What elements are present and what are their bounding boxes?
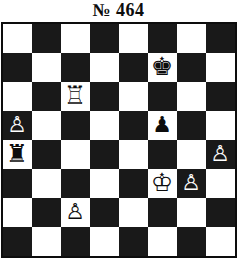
- square-c8: [61, 24, 90, 53]
- piece-white-rook: ♖: [64, 82, 86, 110]
- square-e5: [119, 111, 148, 140]
- square-g7: [177, 53, 206, 82]
- square-d8: [90, 24, 119, 53]
- chess-diagram: № 464 ♚♖♙♟♜♙♔♙♙: [0, 0, 237, 260]
- square-f6: [148, 82, 177, 111]
- square-g2: [177, 198, 206, 227]
- square-h2: [206, 198, 235, 227]
- square-h5: [206, 111, 235, 140]
- square-e4: [119, 140, 148, 169]
- square-d5: [90, 111, 119, 140]
- square-g8: [177, 24, 206, 53]
- square-h1: [206, 227, 235, 256]
- square-a2: [3, 198, 32, 227]
- square-a8: [3, 24, 32, 53]
- square-c5: [61, 111, 90, 140]
- square-b3: [32, 169, 61, 198]
- square-b2: [32, 198, 61, 227]
- piece-white-pawn: ♙: [7, 111, 27, 139]
- square-b6: [32, 82, 61, 111]
- piece-white-pawn: ♙: [210, 140, 230, 168]
- square-a7: [3, 53, 32, 82]
- square-c2: ♙: [61, 198, 90, 227]
- square-d1: [90, 227, 119, 256]
- square-b7: [32, 53, 61, 82]
- square-a6: [3, 82, 32, 111]
- square-d7: [90, 53, 119, 82]
- square-h6: [206, 82, 235, 111]
- square-g4: [177, 140, 206, 169]
- square-g1: [177, 227, 206, 256]
- square-c6: ♖: [61, 82, 90, 111]
- square-b8: [32, 24, 61, 53]
- square-h7: [206, 53, 235, 82]
- square-f4: [148, 140, 177, 169]
- square-a1: [3, 227, 32, 256]
- square-f1: [148, 227, 177, 256]
- square-d4: [90, 140, 119, 169]
- square-e7: [119, 53, 148, 82]
- square-a5: ♙: [3, 111, 32, 140]
- square-g6: [177, 82, 206, 111]
- square-d6: [90, 82, 119, 111]
- square-d3: [90, 169, 119, 198]
- square-e2: [119, 198, 148, 227]
- square-b5: [32, 111, 61, 140]
- square-d2: [90, 198, 119, 227]
- square-h4: ♙: [206, 140, 235, 169]
- square-e1: [119, 227, 148, 256]
- square-b1: [32, 227, 61, 256]
- piece-white-king: ♔: [151, 169, 173, 197]
- square-f2: [148, 198, 177, 227]
- square-f8: [148, 24, 177, 53]
- square-h3: [206, 169, 235, 198]
- chess-board: ♚♖♙♟♜♙♔♙♙: [1, 22, 237, 258]
- square-e3: [119, 169, 148, 198]
- square-e8: [119, 24, 148, 53]
- square-f3: ♔: [148, 169, 177, 198]
- square-c7: [61, 53, 90, 82]
- square-f5: ♟: [148, 111, 177, 140]
- square-c4: [61, 140, 90, 169]
- square-g5: [177, 111, 206, 140]
- square-e6: [119, 82, 148, 111]
- square-b4: [32, 140, 61, 169]
- piece-white-pawn: ♙: [65, 198, 85, 226]
- square-g3: ♙: [177, 169, 206, 198]
- piece-black-king: ♚: [151, 53, 173, 81]
- piece-black-rook: ♜: [6, 140, 28, 168]
- square-f7: ♚: [148, 53, 177, 82]
- square-a3: [3, 169, 32, 198]
- square-h8: [206, 24, 235, 53]
- diagram-title: № 464: [0, 0, 237, 22]
- square-c1: [61, 227, 90, 256]
- square-c3: [61, 169, 90, 198]
- square-a4: ♜: [3, 140, 32, 169]
- piece-black-pawn: ♟: [152, 111, 172, 139]
- piece-white-pawn: ♙: [181, 169, 201, 197]
